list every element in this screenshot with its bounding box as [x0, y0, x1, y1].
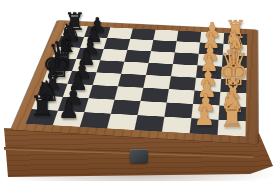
- square-g4: [138, 101, 167, 117]
- square-h2: [190, 118, 219, 135]
- square-f4: [141, 88, 169, 103]
- square-f2: [193, 90, 220, 105]
- square-h4: [134, 115, 164, 131]
- square-h6: [80, 112, 111, 128]
- square-f1: [219, 92, 246, 107]
- square-h1: [218, 120, 246, 137]
- chess-set-photo: ♜♟♟♜♞♟♟♞♝♟♟♝♛♟♟♛♚♟♟♚♝♟♟♝♞♟♟♞♜♟♟♜: [0, 0, 280, 181]
- square-f6: [89, 85, 118, 100]
- square-g2: [191, 104, 219, 120]
- square-f5: [114, 86, 143, 101]
- chess-board: [26, 25, 247, 136]
- square-g6: [84, 98, 114, 113]
- square-h3: [162, 117, 191, 134]
- square-g1: [219, 105, 247, 121]
- square-g3: [164, 103, 193, 119]
- clasp: [130, 149, 148, 163]
- square-f3: [167, 89, 195, 104]
- board-plate: [11, 20, 258, 144]
- square-g5: [111, 100, 141, 116]
- square-h5: [107, 114, 137, 130]
